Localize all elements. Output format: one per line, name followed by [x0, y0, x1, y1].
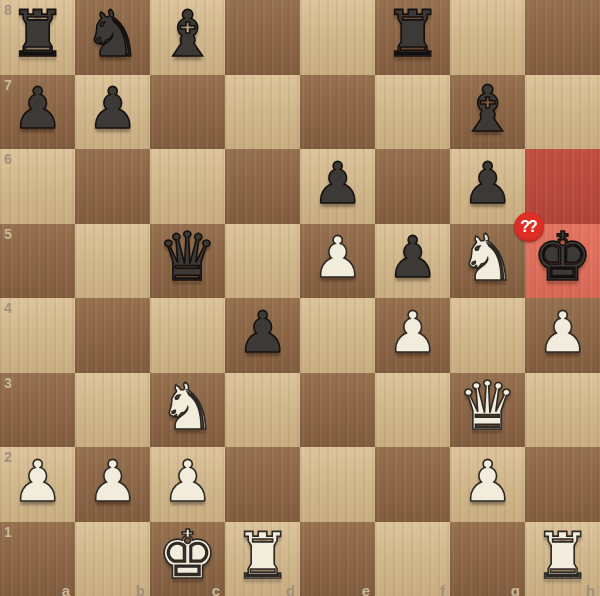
square-d6[interactable]: [225, 149, 300, 224]
white-knight-g5[interactable]: ♞: [459, 226, 516, 290]
square-h3[interactable]: [525, 373, 600, 448]
square-f2[interactable]: [375, 447, 450, 522]
square-d8[interactable]: [225, 0, 300, 75]
square-d7[interactable]: [225, 75, 300, 150]
white-pawn-g2[interactable]: ♟: [462, 453, 513, 510]
blunder-badge: ??: [514, 212, 544, 242]
square-g8[interactable]: [450, 0, 525, 75]
white-knight-c3[interactable]: ♞: [159, 375, 216, 439]
square-g2[interactable]: ♟: [450, 447, 525, 522]
file-label-g: g: [511, 583, 520, 596]
white-pawn-e5[interactable]: ♟: [312, 229, 363, 286]
chess-board: 8♜♞♝♜7♟♟♝6♟♟5♛♟♟♞♚4♟♟♟3♞♛2♟♟♟♟1abc♚d♜efg…: [0, 0, 600, 596]
rank-label-4: 4: [4, 301, 12, 315]
square-b2[interactable]: ♟: [75, 447, 150, 522]
square-c2[interactable]: ♟: [150, 447, 225, 522]
black-pawn-g6[interactable]: ♟: [462, 155, 513, 212]
file-label-a: a: [62, 583, 70, 596]
black-queen-c5[interactable]: ♛: [157, 224, 217, 291]
black-pawn-b7[interactable]: ♟: [87, 80, 138, 137]
square-f5[interactable]: ♟: [375, 224, 450, 299]
square-a1[interactable]: 1a: [0, 522, 75, 596]
square-f8[interactable]: ♜: [375, 0, 450, 75]
rank-label-2: 2: [4, 450, 12, 464]
file-label-f: f: [440, 583, 445, 596]
black-rook-f8[interactable]: ♜: [384, 2, 441, 66]
square-b8[interactable]: ♞: [75, 0, 150, 75]
square-b4[interactable]: [75, 298, 150, 373]
square-f1[interactable]: f: [375, 522, 450, 596]
square-a4[interactable]: 4: [0, 298, 75, 373]
rank-label-7: 7: [4, 78, 12, 92]
square-d2[interactable]: [225, 447, 300, 522]
square-b3[interactable]: [75, 373, 150, 448]
square-h6[interactable]: [525, 149, 600, 224]
file-label-e: e: [362, 583, 370, 596]
black-bishop-c8[interactable]: ♝: [159, 2, 216, 66]
rank-label-5: 5: [4, 227, 12, 241]
square-f6[interactable]: [375, 149, 450, 224]
square-e7[interactable]: [300, 75, 375, 150]
black-pawn-f5[interactable]: ♟: [387, 229, 438, 286]
square-d1[interactable]: d♜: [225, 522, 300, 596]
square-d5[interactable]: [225, 224, 300, 299]
square-g7[interactable]: ♝: [450, 75, 525, 150]
square-h2[interactable]: [525, 447, 600, 522]
black-knight-b8[interactable]: ♞: [84, 2, 141, 66]
square-g5[interactable]: ♞: [450, 224, 525, 299]
square-d4[interactable]: ♟: [225, 298, 300, 373]
square-b7[interactable]: ♟: [75, 75, 150, 150]
square-e3[interactable]: [300, 373, 375, 448]
white-pawn-h4[interactable]: ♟: [537, 304, 588, 361]
square-a2[interactable]: 2♟: [0, 447, 75, 522]
file-label-b: b: [136, 583, 145, 596]
square-d3[interactable]: [225, 373, 300, 448]
square-g6[interactable]: ♟: [450, 149, 525, 224]
square-a6[interactable]: 6: [0, 149, 75, 224]
square-b6[interactable]: [75, 149, 150, 224]
square-e6[interactable]: ♟: [300, 149, 375, 224]
black-pawn-d4[interactable]: ♟: [237, 304, 288, 361]
square-c1[interactable]: c♚: [150, 522, 225, 596]
square-a5[interactable]: 5: [0, 224, 75, 299]
white-pawn-b2[interactable]: ♟: [87, 453, 138, 510]
white-rook-d1[interactable]: ♜: [234, 524, 291, 588]
white-pawn-a2[interactable]: ♟: [12, 453, 63, 510]
black-pawn-a7[interactable]: ♟: [12, 80, 63, 137]
square-e1[interactable]: e: [300, 522, 375, 596]
square-e8[interactable]: [300, 0, 375, 75]
square-c6[interactable]: [150, 149, 225, 224]
square-e4[interactable]: [300, 298, 375, 373]
square-e2[interactable]: [300, 447, 375, 522]
rank-label-1: 1: [4, 525, 12, 539]
square-h1[interactable]: h♜: [525, 522, 600, 596]
black-pawn-e6[interactable]: ♟: [312, 155, 363, 212]
square-f7[interactable]: [375, 75, 450, 150]
square-f3[interactable]: [375, 373, 450, 448]
square-c3[interactable]: ♞: [150, 373, 225, 448]
square-g3[interactable]: ♛: [450, 373, 525, 448]
white-king-c1[interactable]: ♚: [157, 522, 217, 589]
rank-label-6: 6: [4, 152, 12, 166]
white-queen-g3[interactable]: ♛: [457, 373, 517, 440]
rank-label-3: 3: [4, 376, 12, 390]
square-h8[interactable]: [525, 0, 600, 75]
square-c5[interactable]: ♛: [150, 224, 225, 299]
black-rook-a8[interactable]: ♜: [9, 2, 66, 66]
white-rook-h1[interactable]: ♜: [534, 524, 591, 588]
square-f4[interactable]: ♟: [375, 298, 450, 373]
square-c8[interactable]: ♝: [150, 0, 225, 75]
white-pawn-f4[interactable]: ♟: [387, 304, 438, 361]
square-c7[interactable]: [150, 75, 225, 150]
square-c4[interactable]: [150, 298, 225, 373]
square-h7[interactable]: [525, 75, 600, 150]
square-a3[interactable]: 3: [0, 373, 75, 448]
square-b5[interactable]: [75, 224, 150, 299]
square-g4[interactable]: [450, 298, 525, 373]
square-b1[interactable]: b: [75, 522, 150, 596]
square-a7[interactable]: 7♟: [0, 75, 75, 150]
square-h4[interactable]: ♟: [525, 298, 600, 373]
square-g1[interactable]: g: [450, 522, 525, 596]
white-pawn-c2[interactable]: ♟: [162, 453, 213, 510]
square-e5[interactable]: ♟: [300, 224, 375, 299]
black-bishop-g7[interactable]: ♝: [459, 77, 516, 141]
square-a8[interactable]: 8♜: [0, 0, 75, 75]
